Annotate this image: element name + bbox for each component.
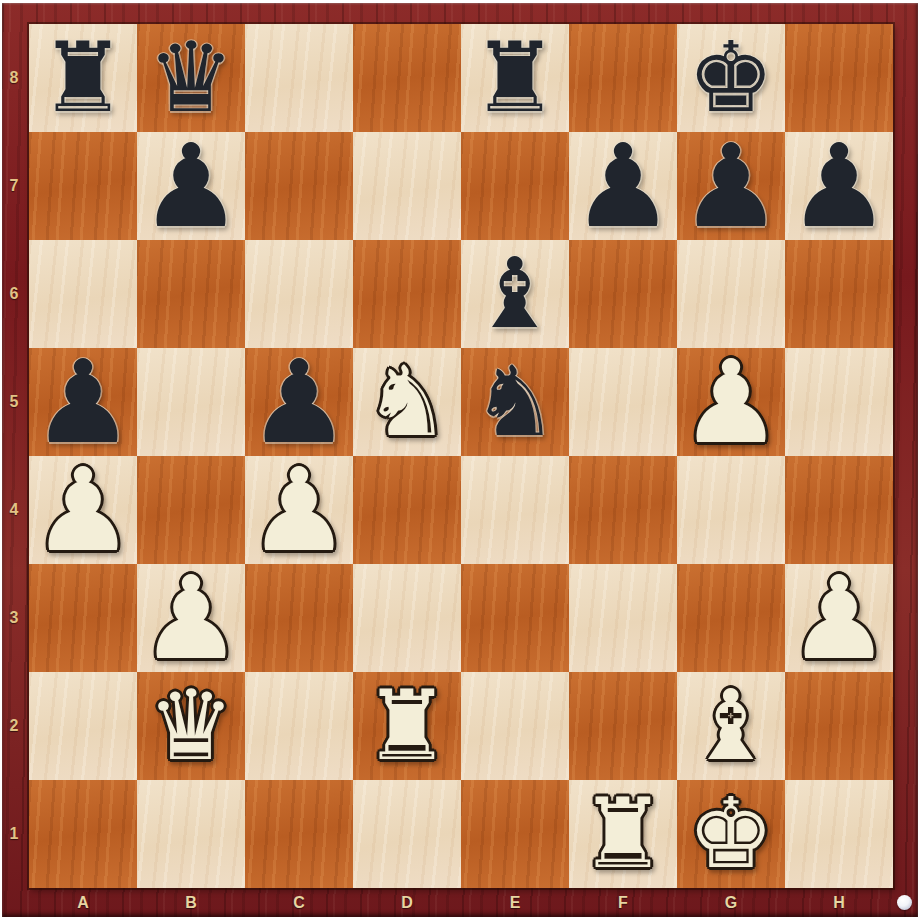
square-e2[interactable] <box>461 672 569 780</box>
white-pawn-h3[interactable]: ♟ <box>787 564 890 672</box>
square-e7[interactable] <box>461 132 569 240</box>
square-c8[interactable] <box>245 24 353 132</box>
square-e4[interactable] <box>461 456 569 564</box>
square-g8[interactable]: ♚ <box>677 24 785 132</box>
file-label-f: F <box>569 890 677 916</box>
white-rook-f1[interactable]: ♜ <box>580 780 667 888</box>
square-b1[interactable] <box>137 780 245 888</box>
white-pawn-c4[interactable]: ♟ <box>247 456 350 564</box>
white-queen-b2[interactable]: ♛ <box>148 672 235 780</box>
black-pawn-a5[interactable]: ♟ <box>31 348 134 456</box>
square-e6[interactable]: ♝ <box>461 240 569 348</box>
square-c4[interactable]: ♟ <box>245 456 353 564</box>
square-b3[interactable]: ♟ <box>137 564 245 672</box>
rank-label-8: 8 <box>5 24 23 132</box>
square-f4[interactable] <box>569 456 677 564</box>
file-label-a: A <box>29 890 137 916</box>
square-c2[interactable] <box>245 672 353 780</box>
file-label-g: G <box>677 890 785 916</box>
square-c1[interactable] <box>245 780 353 888</box>
black-pawn-g7[interactable]: ♟ <box>679 132 782 240</box>
file-label-h: H <box>785 890 893 916</box>
square-h7[interactable]: ♟ <box>785 132 893 240</box>
square-a5[interactable]: ♟ <box>29 348 137 456</box>
rank-label-4: 4 <box>5 456 23 564</box>
black-pawn-f7[interactable]: ♟ <box>571 132 674 240</box>
square-g6[interactable] <box>677 240 785 348</box>
black-pawn-b7[interactable]: ♟ <box>139 132 242 240</box>
square-f5[interactable] <box>569 348 677 456</box>
file-label-b: B <box>137 890 245 916</box>
square-d4[interactable] <box>353 456 461 564</box>
rank-label-6: 6 <box>5 240 23 348</box>
square-g4[interactable] <box>677 456 785 564</box>
chess-board: ♜♛♜♚♟♟♟♟♝♟♟♞♞♟♟♟♟♟♛♜♝♜♚ <box>29 24 893 888</box>
black-knight-e5[interactable]: ♞ <box>472 348 559 456</box>
square-g5[interactable]: ♟ <box>677 348 785 456</box>
square-c7[interactable] <box>245 132 353 240</box>
square-f1[interactable]: ♜ <box>569 780 677 888</box>
square-f3[interactable] <box>569 564 677 672</box>
rank-label-5: 5 <box>5 348 23 456</box>
square-b6[interactable] <box>137 240 245 348</box>
file-label-e: E <box>461 890 569 916</box>
square-a7[interactable] <box>29 132 137 240</box>
white-rook-d2[interactable]: ♜ <box>364 672 451 780</box>
square-a4[interactable]: ♟ <box>29 456 137 564</box>
square-g3[interactable] <box>677 564 785 672</box>
black-king-g8[interactable]: ♚ <box>688 24 775 132</box>
white-knight-d5[interactable]: ♞ <box>364 348 451 456</box>
square-d3[interactable] <box>353 564 461 672</box>
square-g2[interactable]: ♝ <box>677 672 785 780</box>
square-g7[interactable]: ♟ <box>677 132 785 240</box>
square-d1[interactable] <box>353 780 461 888</box>
square-f7[interactable]: ♟ <box>569 132 677 240</box>
square-b5[interactable] <box>137 348 245 456</box>
rank-label-2: 2 <box>5 672 23 780</box>
square-g1[interactable]: ♚ <box>677 780 785 888</box>
square-e3[interactable] <box>461 564 569 672</box>
black-pawn-c5[interactable]: ♟ <box>247 348 350 456</box>
black-queen-b8[interactable]: ♛ <box>148 24 235 132</box>
square-a1[interactable] <box>29 780 137 888</box>
white-pawn-a4[interactable]: ♟ <box>31 456 134 564</box>
square-f8[interactable] <box>569 24 677 132</box>
black-bishop-e6[interactable]: ♝ <box>472 240 559 348</box>
square-h3[interactable]: ♟ <box>785 564 893 672</box>
square-c6[interactable] <box>245 240 353 348</box>
square-d2[interactable]: ♜ <box>353 672 461 780</box>
black-pawn-h7[interactable]: ♟ <box>787 132 890 240</box>
square-f6[interactable] <box>569 240 677 348</box>
square-d8[interactable] <box>353 24 461 132</box>
white-bishop-g2[interactable]: ♝ <box>688 672 775 780</box>
square-d7[interactable] <box>353 132 461 240</box>
square-e5[interactable]: ♞ <box>461 348 569 456</box>
square-a6[interactable] <box>29 240 137 348</box>
square-b4[interactable] <box>137 456 245 564</box>
square-e8[interactable]: ♜ <box>461 24 569 132</box>
square-e1[interactable] <box>461 780 569 888</box>
square-a2[interactable] <box>29 672 137 780</box>
square-b8[interactable]: ♛ <box>137 24 245 132</box>
square-d6[interactable] <box>353 240 461 348</box>
white-pawn-b3[interactable]: ♟ <box>139 564 242 672</box>
square-h1[interactable] <box>785 780 893 888</box>
file-label-d: D <box>353 890 461 916</box>
square-a8[interactable]: ♜ <box>29 24 137 132</box>
square-h4[interactable] <box>785 456 893 564</box>
square-h2[interactable] <box>785 672 893 780</box>
white-pawn-g5[interactable]: ♟ <box>679 348 782 456</box>
board-frame: ♜♛♜♚♟♟♟♟♝♟♟♞♞♟♟♟♟♟♛♜♝♜♚ 87654321ABCDEFGH <box>2 3 918 917</box>
square-h6[interactable] <box>785 240 893 348</box>
square-f2[interactable] <box>569 672 677 780</box>
square-b7[interactable]: ♟ <box>137 132 245 240</box>
square-b2[interactable]: ♛ <box>137 672 245 780</box>
square-c5[interactable]: ♟ <box>245 348 353 456</box>
black-rook-e8[interactable]: ♜ <box>472 24 559 132</box>
rank-label-1: 1 <box>5 780 23 888</box>
side-to-move-indicator <box>897 895 912 910</box>
square-c3[interactable] <box>245 564 353 672</box>
file-label-c: C <box>245 890 353 916</box>
square-d5[interactable]: ♞ <box>353 348 461 456</box>
rank-label-7: 7 <box>5 132 23 240</box>
white-king-g1[interactable]: ♚ <box>688 780 775 888</box>
square-h8[interactable] <box>785 24 893 132</box>
rank-label-3: 3 <box>5 564 23 672</box>
black-rook-a8[interactable]: ♜ <box>40 24 127 132</box>
square-a3[interactable] <box>29 564 137 672</box>
square-h5[interactable] <box>785 348 893 456</box>
